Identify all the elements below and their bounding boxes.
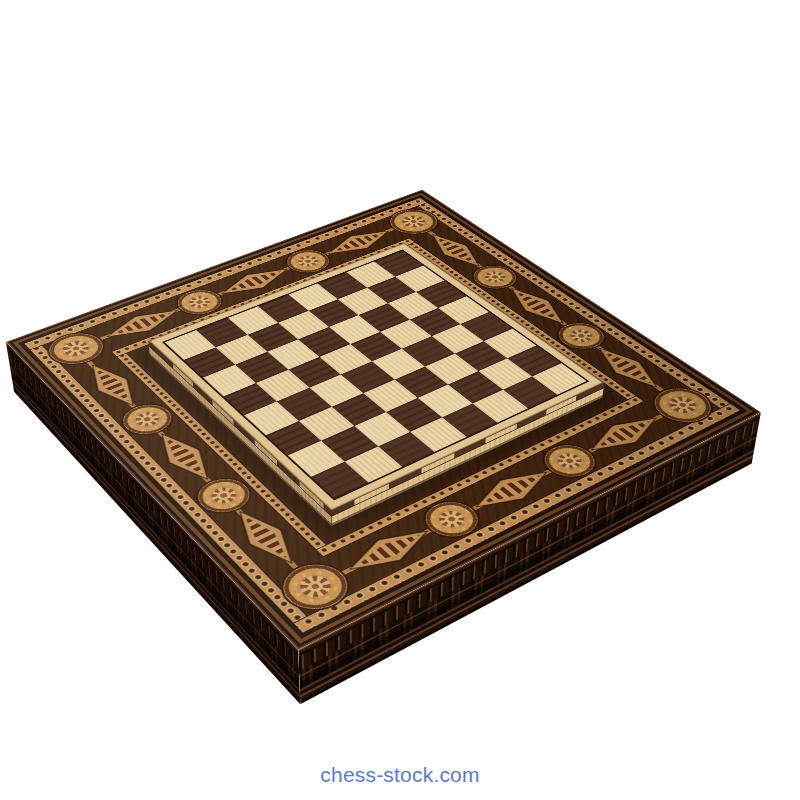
lozenge-icon: [463, 462, 561, 518]
chess-board-3d: [6, 190, 761, 650]
lozenge-icon: [222, 503, 310, 572]
rosette-icon: [534, 440, 604, 483]
rosette-icon: [189, 473, 259, 519]
lozenge-icon: [145, 426, 225, 487]
watermark-text: chess-stock.com: [320, 763, 479, 787]
lozenge-icon: [337, 520, 441, 582]
board-scene: [130, 130, 670, 670]
rosette-icon: [643, 382, 722, 429]
product-photo: chess-stock.com: [0, 0, 800, 800]
rosette-icon: [271, 556, 360, 618]
corner-rosette-medallion: [271, 556, 360, 618]
lozenge-icon: [578, 409, 670, 461]
corner-rosette-medallion: [643, 382, 722, 429]
rosette-icon: [416, 496, 489, 544]
rosette-icon: [115, 399, 180, 440]
